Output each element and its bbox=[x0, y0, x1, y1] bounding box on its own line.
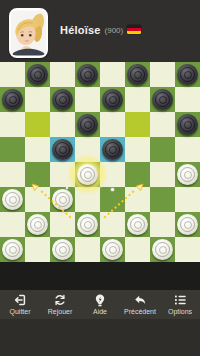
black-piece[interactable] bbox=[77, 114, 98, 135]
square-r5c3 bbox=[50, 162, 75, 187]
sparkle-effect bbox=[111, 188, 114, 191]
square-r3c3 bbox=[50, 112, 75, 137]
black-piece[interactable] bbox=[177, 114, 198, 135]
square-r2c5[interactable] bbox=[100, 87, 125, 112]
player-info: Héloïse (900) bbox=[60, 23, 141, 36]
player-rating: (900) bbox=[105, 26, 124, 35]
previous-button[interactable]: Précédent bbox=[120, 290, 160, 319]
square-r1c5 bbox=[100, 62, 125, 87]
square-r5c1 bbox=[0, 162, 25, 187]
square-r8c8 bbox=[175, 237, 200, 262]
square-r2c6 bbox=[125, 87, 150, 112]
square-r7c4[interactable] bbox=[75, 212, 100, 237]
square-r4c4 bbox=[75, 137, 100, 162]
white-piece[interactable] bbox=[102, 239, 123, 260]
square-r2c7[interactable] bbox=[150, 87, 175, 112]
blonde-woman-avatar-image bbox=[11, 10, 46, 56]
square-r5c2[interactable] bbox=[25, 162, 50, 187]
square-r4c6 bbox=[125, 137, 150, 162]
white-piece[interactable] bbox=[27, 214, 48, 235]
square-r5c5 bbox=[100, 162, 125, 187]
black-piece[interactable] bbox=[152, 89, 173, 110]
square-r5c7 bbox=[150, 162, 175, 187]
selected-white-piece[interactable] bbox=[77, 164, 98, 185]
options-label: Options bbox=[168, 308, 192, 316]
square-r2c8 bbox=[175, 87, 200, 112]
black-piece[interactable] bbox=[77, 64, 98, 85]
square-r3c4[interactable] bbox=[75, 112, 100, 137]
quit-label: Quitter bbox=[9, 308, 30, 316]
checkers-app: Héloïse (900) Quitter bbox=[0, 0, 200, 356]
help-button[interactable]: Aide bbox=[80, 290, 120, 319]
square-r1c6[interactable] bbox=[125, 62, 150, 87]
white-piece[interactable] bbox=[52, 189, 73, 210]
square-r7c1 bbox=[0, 212, 25, 237]
square-r5c8[interactable] bbox=[175, 162, 200, 187]
square-r4c5[interactable] bbox=[100, 137, 125, 162]
square-r1c3 bbox=[50, 62, 75, 87]
square-r1c8[interactable] bbox=[175, 62, 200, 87]
square-r6c1[interactable] bbox=[0, 187, 25, 212]
square-r2c3[interactable] bbox=[50, 87, 75, 112]
bottom-filler bbox=[0, 319, 200, 356]
white-piece[interactable] bbox=[77, 214, 98, 235]
sparkle-effect bbox=[66, 187, 68, 189]
square-r3c8[interactable] bbox=[175, 112, 200, 137]
square-r4c8 bbox=[175, 137, 200, 162]
black-piece[interactable] bbox=[2, 89, 23, 110]
white-piece[interactable] bbox=[2, 239, 23, 260]
square-r7c5 bbox=[100, 212, 125, 237]
square-r6c3[interactable] bbox=[50, 187, 75, 212]
options-button[interactable]: Options bbox=[160, 290, 200, 319]
replay-label: Rejouer bbox=[48, 308, 73, 316]
undo-icon bbox=[133, 293, 147, 307]
square-r3c2[interactable] bbox=[25, 112, 50, 137]
previous-label: Précédent bbox=[124, 308, 156, 316]
quit-button[interactable]: Quitter bbox=[0, 290, 40, 319]
square-r3c1 bbox=[0, 112, 25, 137]
square-r7c2[interactable] bbox=[25, 212, 50, 237]
square-r1c1 bbox=[0, 62, 25, 87]
white-piece[interactable] bbox=[127, 214, 148, 235]
white-piece[interactable] bbox=[177, 214, 198, 235]
square-r5c6[interactable] bbox=[125, 162, 150, 187]
square-r8c7[interactable] bbox=[150, 237, 175, 262]
black-piece[interactable] bbox=[102, 89, 123, 110]
exit-icon bbox=[13, 293, 27, 307]
help-label: Aide bbox=[93, 308, 107, 316]
square-r1c4[interactable] bbox=[75, 62, 100, 87]
square-r3c6[interactable] bbox=[125, 112, 150, 137]
square-r8c5[interactable] bbox=[100, 237, 125, 262]
restart-icon bbox=[53, 293, 67, 307]
square-r7c7 bbox=[150, 212, 175, 237]
square-r7c6[interactable] bbox=[125, 212, 150, 237]
black-piece[interactable] bbox=[52, 139, 73, 160]
options-list-icon bbox=[173, 293, 187, 307]
player-bar: Héloïse (900) bbox=[0, 0, 200, 62]
square-r8c2 bbox=[25, 237, 50, 262]
white-piece[interactable] bbox=[52, 239, 73, 260]
square-r4c1[interactable] bbox=[0, 137, 25, 162]
black-piece[interactable] bbox=[127, 64, 148, 85]
black-piece[interactable] bbox=[27, 64, 48, 85]
toolbar: Quitter Rejouer Aide bbox=[0, 290, 200, 319]
square-r1c7 bbox=[150, 62, 175, 87]
square-r3c5 bbox=[100, 112, 125, 137]
square-r8c1[interactable] bbox=[0, 237, 25, 262]
square-r2c1[interactable] bbox=[0, 87, 25, 112]
white-piece[interactable] bbox=[2, 189, 23, 210]
square-r6c7[interactable] bbox=[150, 187, 175, 212]
black-piece[interactable] bbox=[52, 89, 73, 110]
square-r2c4 bbox=[75, 87, 100, 112]
german-flag-icon bbox=[127, 25, 141, 34]
square-r4c2 bbox=[25, 137, 50, 162]
square-r4c7[interactable] bbox=[150, 137, 175, 162]
square-r8c4 bbox=[75, 237, 100, 262]
square-r6c8 bbox=[175, 187, 200, 212]
bottom-area: Quitter Rejouer Aide bbox=[0, 262, 200, 356]
square-r6c2 bbox=[25, 187, 50, 212]
square-r8c3[interactable] bbox=[50, 237, 75, 262]
square-r1c2[interactable] bbox=[25, 62, 50, 87]
black-piece[interactable] bbox=[177, 64, 198, 85]
hint-bulb-icon bbox=[93, 293, 107, 307]
square-r2c2 bbox=[25, 87, 50, 112]
white-piece[interactable] bbox=[177, 164, 198, 185]
player-name: Héloïse bbox=[60, 24, 101, 36]
square-r7c3 bbox=[50, 212, 75, 237]
replay-button[interactable]: Rejouer bbox=[40, 290, 80, 319]
black-piece[interactable] bbox=[102, 139, 123, 160]
square-r6c4 bbox=[75, 187, 100, 212]
white-piece[interactable] bbox=[152, 239, 173, 260]
board bbox=[0, 62, 200, 262]
square-r8c6 bbox=[125, 237, 150, 262]
player-avatar bbox=[9, 8, 48, 58]
square-r7c8[interactable] bbox=[175, 212, 200, 237]
square-r6c6 bbox=[125, 187, 150, 212]
square-r5c4[interactable] bbox=[75, 162, 100, 187]
square-r3c7 bbox=[150, 112, 175, 137]
square-r4c3[interactable] bbox=[50, 137, 75, 162]
